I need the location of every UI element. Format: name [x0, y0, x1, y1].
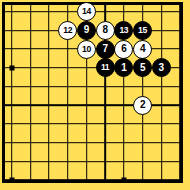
stone-white-8-P18: 8: [96, 21, 115, 40]
stone-move-number: 11: [101, 64, 109, 73]
stone-move-number: 7: [103, 44, 108, 54]
stone-move-number: 4: [140, 44, 145, 54]
stone-move-number: 1: [121, 63, 126, 73]
stone-move-number: 14: [82, 8, 91, 17]
stone-move-number: 5: [140, 63, 145, 73]
stone-move-number: 3: [159, 63, 164, 73]
stone-black-13-Q18: 13: [114, 21, 133, 40]
stone-move-number: 6: [121, 44, 126, 54]
stone-move-number: 10: [82, 45, 91, 54]
stone-white-10-O17: 10: [77, 40, 96, 59]
stone-black-11-P16: 11: [96, 58, 115, 77]
stone-white-12-N18: 12: [58, 21, 77, 40]
stone-black-9-O18: 9: [77, 21, 96, 40]
stone-black-5-R16: 5: [133, 58, 152, 77]
stone-black-7-P17: 7: [96, 40, 115, 59]
stone-white-6-Q17: 6: [114, 40, 133, 59]
stone-move-number: 12: [63, 26, 72, 35]
stone-black-15-R18: 15: [133, 21, 152, 40]
stone-white-4-R17: 4: [133, 40, 152, 59]
goban-grid: 123456789101112131415: [2, 2, 189, 189]
stone-move-number: 13: [119, 26, 128, 35]
stone-move-number: 15: [138, 26, 147, 35]
stone-black-3-S16: 3: [152, 58, 171, 77]
stone-white-2-R14: 2: [133, 96, 152, 115]
stone-move-number: 2: [140, 100, 145, 110]
stone-white-14-O19: 14: [77, 2, 96, 21]
stone-move-number: 9: [84, 26, 89, 36]
stone-move-number: 8: [103, 26, 108, 36]
stone-black-1-Q16: 1: [114, 58, 133, 77]
go-board-diagram: 123456789101112131415: [0, 0, 190, 190]
